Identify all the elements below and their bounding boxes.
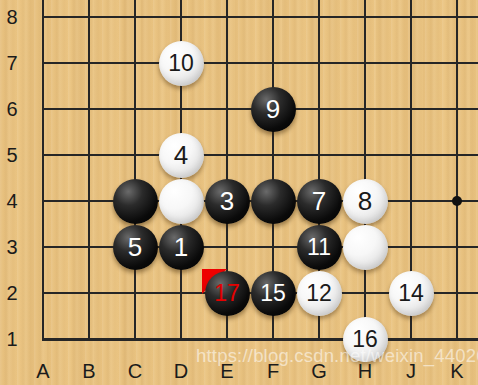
grid-line-row-3 (42, 246, 478, 248)
move-number: 5 (128, 234, 142, 260)
stone-e2: 17 (205, 271, 250, 316)
row-label-7: 7 (0, 52, 24, 74)
stone-h4: 8 (343, 179, 388, 224)
move-number: 14 (398, 282, 424, 305)
move-number: 7 (312, 188, 326, 214)
row-label-3: 3 (0, 236, 24, 258)
row-label-4: 4 (0, 190, 24, 212)
stone-f4 (251, 179, 296, 224)
col-label-A: A (28, 360, 58, 382)
watermark-url: https://blog.csdn.net/weixin_44026026 (196, 345, 478, 367)
move-number: 12 (306, 282, 332, 305)
stone-d4 (159, 179, 204, 224)
grid-line-col-B (88, 0, 90, 341)
stone-c4 (113, 179, 158, 224)
row-label-1: 1 (0, 328, 24, 350)
stone-e4: 3 (205, 179, 250, 224)
stone-c3: 5 (113, 225, 158, 270)
stone-g4: 7 (297, 179, 342, 224)
go-board-diagram: 109437851111715121416 ABCDEFGHJK 8765432… (0, 0, 478, 385)
move-number: 8 (358, 188, 372, 214)
grid-line-row-1 (42, 338, 478, 341)
move-number: 15 (260, 282, 286, 305)
stone-d5: 4 (159, 133, 204, 178)
move-number: 9 (266, 96, 280, 122)
move-number: 4 (174, 142, 188, 168)
row-label-8: 8 (0, 6, 24, 28)
grid-line-col-A (42, 0, 44, 341)
stone-g3: 11 (297, 225, 342, 270)
stone-f2: 15 (251, 271, 296, 316)
col-label-C: C (120, 360, 150, 382)
stone-d3: 1 (159, 225, 204, 270)
stone-j2: 14 (389, 271, 434, 316)
grid-line-col-H (364, 0, 366, 341)
stone-f6: 9 (251, 87, 296, 132)
grid-line-row-8 (42, 16, 478, 18)
grid-line-col-K (456, 0, 458, 341)
stone-h3 (343, 225, 388, 270)
move-number: 3 (220, 188, 234, 214)
move-number: 11 (307, 236, 331, 259)
grid-line-row-7 (42, 62, 478, 64)
col-label-D: D (166, 360, 196, 382)
grid-line-col-C (134, 0, 136, 341)
col-label-B: B (74, 360, 104, 382)
stone-g2: 12 (297, 271, 342, 316)
grid-line-row-5 (42, 154, 478, 156)
move-number: 10 (168, 52, 194, 75)
row-label-6: 6 (0, 98, 24, 120)
row-label-2: 2 (0, 282, 24, 304)
move-number: 17 (214, 282, 240, 305)
stone-d7: 10 (159, 41, 204, 86)
row-label-5: 5 (0, 144, 24, 166)
move-number: 1 (174, 234, 188, 260)
star-point-K4 (452, 196, 462, 206)
